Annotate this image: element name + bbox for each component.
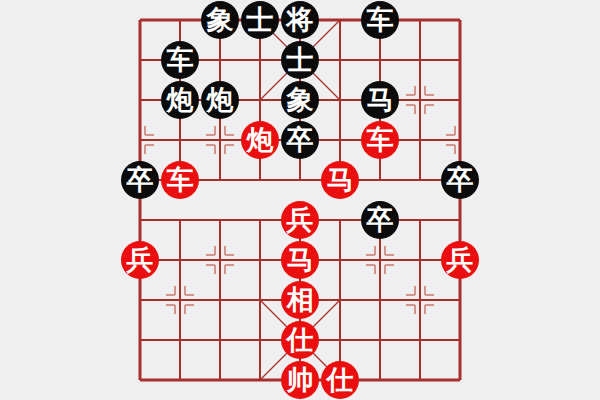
piece-black-elephant[interactable]: 象	[201, 1, 239, 39]
xiangqi-app: 象士将车车士炮炮象马炮卒车卒车马卒兵卒兵马兵相仕帅仕	[0, 0, 600, 400]
piece-black-advisor[interactable]: 士	[241, 1, 279, 39]
piece-black-pawn[interactable]: 卒	[281, 121, 319, 159]
xiangqi-pieces-layer: 象士将车车士炮炮象马炮卒车卒车马卒兵卒兵马兵相仕帅仕	[120, 0, 480, 400]
piece-black-pawn[interactable]: 卒	[121, 161, 159, 199]
piece-black-chariot[interactable]: 车	[361, 1, 399, 39]
piece-red-advisor[interactable]: 仕	[321, 361, 359, 399]
piece-black-pawn[interactable]: 卒	[361, 201, 399, 239]
piece-black-cannon[interactable]: 炮	[201, 81, 239, 119]
piece-black-king[interactable]: 将	[281, 1, 319, 39]
piece-red-advisor[interactable]: 仕	[281, 321, 319, 359]
piece-red-horse[interactable]: 马	[321, 161, 359, 199]
piece-black-elephant[interactable]: 象	[281, 81, 319, 119]
piece-red-chariot[interactable]: 车	[161, 161, 199, 199]
piece-red-elephant[interactable]: 相	[281, 281, 319, 319]
piece-red-horse[interactable]: 马	[281, 241, 319, 279]
piece-black-cannon[interactable]: 炮	[161, 81, 199, 119]
piece-red-king[interactable]: 帅	[281, 361, 319, 399]
piece-black-pawn[interactable]: 卒	[441, 161, 479, 199]
piece-black-horse[interactable]: 马	[361, 81, 399, 119]
piece-red-pawn[interactable]: 兵	[281, 201, 319, 239]
piece-red-pawn[interactable]: 兵	[441, 241, 479, 279]
piece-red-pawn[interactable]: 兵	[121, 241, 159, 279]
piece-black-advisor[interactable]: 士	[281, 41, 319, 79]
piece-red-chariot[interactable]: 车	[361, 121, 399, 159]
piece-black-chariot[interactable]: 车	[161, 41, 199, 79]
piece-red-cannon[interactable]: 炮	[241, 121, 279, 159]
